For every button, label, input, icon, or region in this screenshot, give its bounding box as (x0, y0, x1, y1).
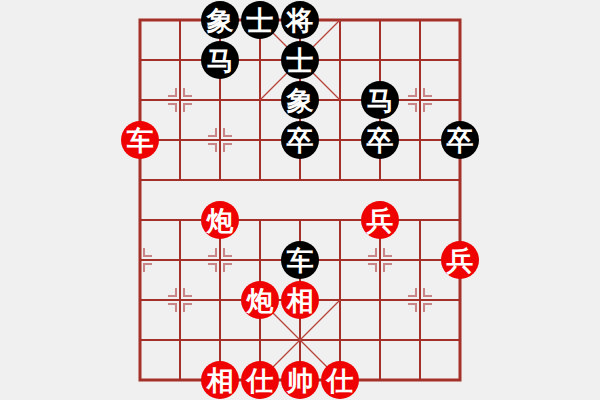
piece-black-advisor[interactable]: 士 (241, 1, 279, 39)
piece-black-general[interactable]: 将 (281, 1, 319, 39)
piece-black-elephant[interactable]: 象 (201, 1, 239, 39)
piece-black-elephant[interactable]: 象 (281, 81, 319, 119)
piece-red-chariot[interactable]: 车 (121, 121, 159, 159)
piece-black-chariot[interactable]: 车 (281, 241, 319, 279)
piece-red-advisor[interactable]: 仕 (321, 361, 359, 399)
piece-black-advisor[interactable]: 士 (281, 41, 319, 79)
piece-black-pawn[interactable]: 卒 (441, 121, 479, 159)
piece-red-pawn[interactable]: 兵 (441, 241, 479, 279)
piece-black-pawn[interactable]: 卒 (361, 121, 399, 159)
piece-red-elephant[interactable]: 相 (201, 361, 239, 399)
piece-red-advisor[interactable]: 仕 (241, 361, 279, 399)
piece-black-horse[interactable]: 马 (201, 41, 239, 79)
piece-black-horse[interactable]: 马 (361, 81, 399, 119)
xiangqi-board: 象士将马士象马卒卒卒车车炮兵兵炮相相仕帅仕 (0, 0, 600, 400)
piece-red-general[interactable]: 帅 (281, 361, 319, 399)
piece-red-cannon[interactable]: 炮 (241, 281, 279, 319)
pieces-layer: 象士将马士象马卒卒卒车车炮兵兵炮相相仕帅仕 (120, 0, 480, 400)
piece-red-cannon[interactable]: 炮 (201, 201, 239, 239)
piece-red-pawn[interactable]: 兵 (361, 201, 399, 239)
piece-black-pawn[interactable]: 卒 (281, 121, 319, 159)
piece-red-elephant[interactable]: 相 (281, 281, 319, 319)
